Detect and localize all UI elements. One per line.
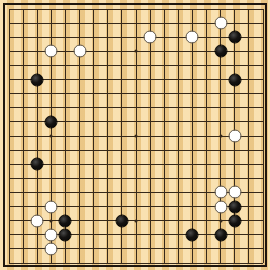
black-stone [228,73,241,86]
star-point [135,219,138,222]
black-stone [31,158,44,171]
white-stone [186,31,199,44]
white-stone [228,186,241,199]
white-stone [73,45,86,58]
white-stone [214,17,227,30]
grid-line-vertical [150,9,151,263]
white-stone [214,186,227,199]
black-stone [59,214,72,227]
grid-line-vertical [263,9,264,263]
grid-line-vertical [248,9,249,263]
grid-line-horizontal [9,164,263,165]
go-board-screenshot [0,0,270,270]
grid-line-vertical [164,9,165,263]
grid-line-vertical [206,9,207,263]
grid-line-horizontal [9,178,263,179]
white-stone [31,214,44,227]
star-point [50,219,53,222]
white-stone [45,242,58,255]
grid-line-horizontal [9,150,263,151]
black-stone [214,228,227,241]
black-stone [214,45,227,58]
black-stone [228,31,241,44]
white-stone [45,228,58,241]
black-stone [59,228,72,241]
white-stone [214,200,227,213]
black-stone [228,214,241,227]
black-stone [186,228,199,241]
black-stone [45,115,58,128]
grid-line-vertical [192,9,193,263]
black-stone [31,73,44,86]
star-point [219,135,222,138]
white-stone [228,130,241,143]
grid-line-vertical [178,9,179,263]
star-point [50,135,53,138]
white-stone [45,200,58,213]
go-board[interactable] [0,0,270,270]
star-point [219,219,222,222]
black-stone [228,200,241,213]
star-point [135,50,138,53]
white-stone [45,45,58,58]
white-stone [144,31,157,44]
grid-line-horizontal [9,263,263,264]
star-point [135,135,138,138]
black-stone [115,214,128,227]
